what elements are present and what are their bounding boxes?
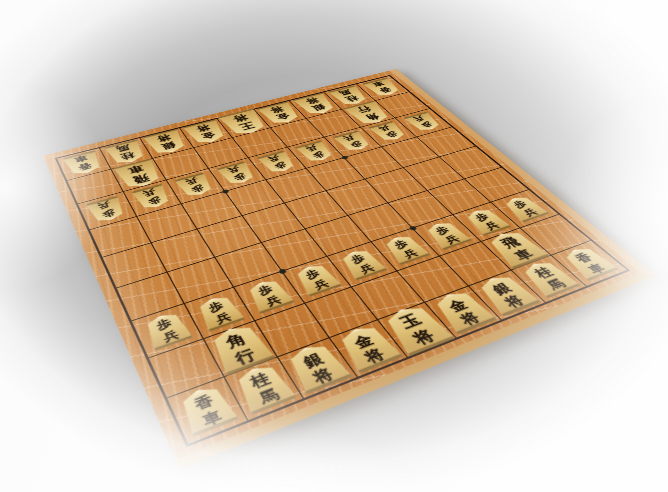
- piece-kanji: 将: [458, 310, 483, 327]
- square-2-8: [482, 228, 553, 271]
- piece-kanji: 行: [233, 347, 259, 367]
- square-8-9: [225, 357, 305, 420]
- pawn-piece-body: 歩兵: [142, 310, 194, 351]
- piece-kanji: 兵: [483, 221, 501, 232]
- piece-sente-pawn-87[interactable]: 歩兵: [194, 293, 245, 332]
- piece-sente-silver-39[interactable]: 銀将: [473, 272, 541, 317]
- piece-kanji: 兵: [522, 208, 540, 218]
- piece-kanji: 歩: [207, 301, 226, 314]
- square-5-7: [328, 242, 397, 287]
- piece-kanji: 歩: [348, 140, 363, 148]
- shogi-grid: 香車桂馬銀将金将王将金将銀将桂馬香車飛車角行歩兵歩兵歩兵歩兵歩兵歩兵歩兵歩兵歩兵…: [55, 75, 630, 447]
- piece-kanji: 歩: [272, 161, 287, 170]
- piece-kanji: 金: [445, 297, 469, 313]
- piece-kanji: 桂: [120, 151, 136, 161]
- piece-sente-silver-79[interactable]: 銀将: [282, 340, 352, 395]
- piece-sente-pawn-47[interactable]: 歩兵: [380, 233, 430, 265]
- pawn-piece-body: 歩兵: [244, 277, 295, 314]
- piece-kanji: 馬: [545, 277, 568, 291]
- piece-kanji: 兵: [401, 249, 419, 261]
- piece-sente-pawn-37[interactable]: 歩兵: [422, 219, 472, 250]
- pawn-piece-body: 歩兵: [337, 247, 388, 281]
- square-6-6: [262, 229, 328, 272]
- piece-kanji: 兵: [161, 330, 180, 345]
- square-4-7: [372, 228, 441, 271]
- knight-piece-body: 桂馬: [231, 361, 297, 415]
- piece-sente-king-59[interactable]: 玉将: [378, 301, 455, 356]
- piece-kanji: 桂: [532, 266, 554, 280]
- square-8-7: [185, 288, 256, 340]
- piece-kanji: 香: [378, 86, 393, 93]
- piece-kanji: 歩: [393, 239, 411, 250]
- piece-sente-bishop-88[interactable]: 角行: [206, 321, 276, 376]
- piece-kanji: 将: [362, 346, 387, 365]
- piece-kanji: 玉: [397, 312, 424, 331]
- square-5-8: [352, 271, 425, 320]
- piece-kanji: 歩: [311, 151, 326, 159]
- square-8-6: [167, 257, 234, 304]
- pawn-piece-body: 歩兵: [380, 233, 430, 265]
- piece-kanji: 角: [224, 332, 249, 351]
- piece-kanji: 桂: [248, 371, 272, 390]
- piece-kanji: 歩: [419, 121, 434, 128]
- square-7-8: [256, 303, 330, 357]
- piece-sente-pawn-67[interactable]: 歩兵: [291, 261, 342, 296]
- square-1-9: [553, 241, 627, 286]
- lance-piece-body: 香車: [176, 382, 239, 437]
- square-3-9: [470, 271, 546, 320]
- silver-piece-body: 銀将: [282, 340, 352, 395]
- rook-piece-body: 飛車: [483, 228, 550, 270]
- piece-kanji: 将: [502, 293, 527, 309]
- piece-kanji: 兵: [443, 234, 461, 245]
- piece-kanji: 歩: [434, 226, 452, 237]
- square-5-9: [379, 303, 456, 357]
- square-2-9: [512, 255, 587, 302]
- square-9-7: [132, 304, 204, 358]
- piece-kanji: 香: [77, 162, 93, 171]
- piece-kanji: 銀: [489, 281, 513, 297]
- piece-kanji: 歩: [190, 184, 205, 193]
- pawn-piece-body: 歩兵: [422, 219, 472, 250]
- piece-kanji: 兵: [358, 263, 376, 275]
- piece-kanji: 馬: [257, 387, 281, 406]
- piece-kanji: 歩: [146, 196, 161, 206]
- board-wood-surface: 香車桂馬銀将金将王将金将銀将桂馬香車飛車角行歩兵歩兵歩兵歩兵歩兵歩兵歩兵歩兵歩兵…: [43, 69, 656, 469]
- piece-kanji: 歩: [257, 284, 275, 297]
- piece-kanji: 兵: [264, 295, 283, 308]
- knight-piece-body: 桂馬: [517, 258, 580, 298]
- piece-sente-lance-99[interactable]: 香車: [176, 382, 239, 437]
- square-1-8: [521, 215, 591, 256]
- square-9-6: [117, 272, 185, 321]
- square-6-9: [330, 320, 408, 377]
- piece-kanji: 車: [200, 408, 223, 428]
- piece-kanji: 歩: [350, 254, 368, 266]
- piece-sente-pawn-57[interactable]: 歩兵: [337, 247, 388, 281]
- piece-sente-knight-89[interactable]: 桂馬: [231, 361, 297, 415]
- piece-kanji: 桂: [344, 95, 360, 103]
- square-6-7: [282, 257, 352, 304]
- piece-kanji: 香: [573, 252, 594, 265]
- piece-sente-pawn-27[interactable]: 歩兵: [462, 206, 512, 236]
- piece-kanji: 銀: [300, 351, 325, 370]
- piece-kanji: 兵: [312, 279, 331, 292]
- square-3-8: [440, 242, 512, 287]
- piece-sente-pawn-77[interactable]: 歩兵: [244, 277, 295, 314]
- gold-piece-body: 金将: [334, 322, 404, 374]
- shogi-board: 香車桂馬銀将金将王将金将銀将桂馬香車飛車角行歩兵歩兵歩兵歩兵歩兵歩兵歩兵歩兵歩兵…: [43, 69, 656, 469]
- pawn-piece-body: 歩兵: [194, 293, 245, 332]
- gold-piece-body: 金将: [429, 288, 498, 335]
- square-7-9: [279, 338, 358, 398]
- piece-kanji: 銀: [310, 103, 327, 112]
- hoshi-point: [278, 269, 287, 275]
- square-4-8: [397, 256, 469, 303]
- piece-kanji: 兵: [214, 312, 233, 326]
- square-9-5: [103, 243, 167, 288]
- shogi-photo-scene: 香車桂馬銀将金将王将金将銀将桂馬香車飛車角行歩兵歩兵歩兵歩兵歩兵歩兵歩兵歩兵歩兵…: [0, 0, 668, 492]
- piece-kanji: 香: [192, 393, 215, 412]
- piece-sente-pawn-97[interactable]: 歩兵: [142, 310, 194, 351]
- piece-sente-gold-49[interactable]: 金将: [429, 288, 498, 335]
- square-4-9: [425, 286, 502, 337]
- piece-kanji: 車: [511, 247, 535, 262]
- piece-sente-rook-28[interactable]: 飛車: [483, 228, 550, 270]
- square-9-8: [149, 339, 225, 399]
- piece-kanji: 車: [585, 262, 607, 275]
- square-5-6: [306, 216, 372, 257]
- piece-kanji: 歩: [304, 269, 322, 281]
- square-3-7: [414, 215, 482, 256]
- square-6-8: [305, 287, 379, 338]
- piece-kanji: 将: [410, 327, 438, 347]
- piece-kanji: 歩: [232, 172, 247, 181]
- king-piece-body: 玉将: [378, 301, 455, 356]
- piece-kanji: 飛: [499, 236, 523, 250]
- bishop-piece-body: 角行: [206, 321, 276, 376]
- piece-sente-knight-29[interactable]: 桂馬: [517, 258, 580, 298]
- piece-kanji: 金: [351, 332, 376, 350]
- square-8-8: [204, 321, 279, 378]
- square-7-6: [215, 243, 282, 288]
- piece-kanji: 歩: [155, 318, 174, 332]
- hoshi-point: [409, 226, 418, 231]
- lance-piece-body: 香車: [559, 244, 619, 281]
- piece-sente-lance-19[interactable]: 香車: [559, 244, 619, 281]
- square-9-9: [168, 378, 248, 444]
- silver-piece-body: 銀将: [473, 272, 541, 317]
- square-7-7: [235, 272, 305, 321]
- pawn-piece-body: 歩兵: [462, 206, 512, 236]
- square-9-4: [90, 216, 151, 257]
- piece-kanji: 歩: [384, 130, 399, 138]
- piece-kanji: 歩: [474, 212, 492, 222]
- piece-kanji: 将: [310, 366, 336, 386]
- square-7-5: [198, 216, 262, 257]
- pawn-piece-body: 歩兵: [291, 261, 342, 296]
- piece-sente-gold-69[interactable]: 金将: [334, 322, 404, 374]
- square-8-5: [151, 229, 215, 272]
